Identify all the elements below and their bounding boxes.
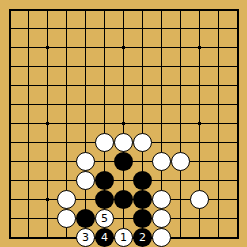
intersection [152, 0, 171, 19]
intersection [95, 133, 114, 152]
intersection [228, 171, 247, 190]
intersection [38, 76, 57, 95]
intersection [57, 76, 76, 95]
intersection [152, 57, 171, 76]
intersection [19, 19, 38, 38]
intersection [171, 190, 190, 209]
intersection [0, 209, 19, 228]
intersection [95, 152, 114, 171]
intersection [19, 209, 38, 228]
intersection [76, 57, 95, 76]
intersection [76, 171, 95, 190]
white-stone [190, 190, 209, 209]
intersection [190, 228, 209, 247]
intersection: 4 [95, 228, 114, 247]
star-point [46, 198, 49, 201]
intersection [133, 133, 152, 152]
intersection [19, 76, 38, 95]
intersection [114, 209, 133, 228]
intersection [19, 114, 38, 133]
intersection [95, 114, 114, 133]
intersection [190, 19, 209, 38]
intersection [0, 95, 19, 114]
intersection [95, 57, 114, 76]
intersection [19, 0, 38, 19]
intersection [133, 171, 152, 190]
intersection [95, 76, 114, 95]
intersection [228, 190, 247, 209]
intersection [114, 152, 133, 171]
intersection: 5 [95, 209, 114, 228]
intersection [133, 209, 152, 228]
intersection [95, 171, 114, 190]
intersection [38, 57, 57, 76]
intersection [76, 0, 95, 19]
intersection [152, 19, 171, 38]
white-stone [152, 209, 171, 228]
intersection [76, 76, 95, 95]
intersection [114, 19, 133, 38]
white-stone: 5 [95, 209, 114, 228]
intersection [228, 228, 247, 247]
intersection [152, 171, 171, 190]
move-number: 1 [120, 232, 127, 243]
intersection [228, 114, 247, 133]
intersection [209, 95, 228, 114]
go-diagram: 53412 [0, 0, 247, 247]
black-stone [114, 152, 133, 171]
star-point [122, 46, 125, 49]
intersection [76, 133, 95, 152]
intersection [19, 133, 38, 152]
intersection [38, 114, 57, 133]
intersection [209, 19, 228, 38]
intersection [38, 228, 57, 247]
intersection [209, 209, 228, 228]
intersection [76, 114, 95, 133]
intersection [38, 38, 57, 57]
intersection [19, 152, 38, 171]
intersection [114, 114, 133, 133]
white-stone [76, 171, 95, 190]
intersection [114, 171, 133, 190]
intersection [0, 0, 19, 19]
move-number: 5 [101, 213, 108, 224]
intersection [57, 228, 76, 247]
intersection [171, 0, 190, 19]
intersection [152, 228, 171, 247]
intersection [190, 152, 209, 171]
black-stone [114, 190, 133, 209]
intersection [0, 114, 19, 133]
intersection [133, 57, 152, 76]
intersection [228, 19, 247, 38]
intersection [57, 19, 76, 38]
intersection [114, 133, 133, 152]
intersection [228, 38, 247, 57]
white-stone [95, 133, 114, 152]
intersection [38, 133, 57, 152]
intersection [133, 19, 152, 38]
intersection [38, 209, 57, 228]
white-stone: 3 [76, 228, 95, 247]
intersection [133, 76, 152, 95]
white-stone [152, 190, 171, 209]
intersection [38, 95, 57, 114]
intersection [190, 95, 209, 114]
intersection [0, 19, 19, 38]
intersection [95, 19, 114, 38]
intersection [190, 0, 209, 19]
intersection [19, 57, 38, 76]
intersection [57, 209, 76, 228]
intersection [228, 152, 247, 171]
intersection [171, 57, 190, 76]
move-number: 3 [82, 232, 89, 243]
black-stone: 2 [133, 228, 152, 247]
intersection [171, 114, 190, 133]
black-stone: 4 [95, 228, 114, 247]
intersection [228, 133, 247, 152]
intersection [171, 152, 190, 171]
intersection [152, 38, 171, 57]
intersection: 3 [76, 228, 95, 247]
intersection [152, 95, 171, 114]
intersection [171, 19, 190, 38]
intersection [209, 0, 228, 19]
intersection [228, 76, 247, 95]
intersection [209, 38, 228, 57]
white-stone [171, 152, 190, 171]
intersection [0, 190, 19, 209]
intersection [0, 133, 19, 152]
intersection [228, 57, 247, 76]
black-stone [133, 171, 152, 190]
intersection [209, 171, 228, 190]
white-stone [114, 133, 133, 152]
intersection [0, 171, 19, 190]
intersection [19, 95, 38, 114]
intersection [209, 190, 228, 209]
intersection [38, 190, 57, 209]
intersection [190, 190, 209, 209]
intersection [57, 38, 76, 57]
white-stone [133, 133, 152, 152]
move-number: 2 [139, 232, 146, 243]
intersection [190, 38, 209, 57]
intersection [57, 95, 76, 114]
intersection [171, 133, 190, 152]
intersection [76, 152, 95, 171]
intersection [152, 209, 171, 228]
intersection [38, 171, 57, 190]
intersection [152, 133, 171, 152]
black-stone [133, 209, 152, 228]
intersection: 2 [133, 228, 152, 247]
intersection [76, 19, 95, 38]
intersection [76, 95, 95, 114]
intersection: 1 [114, 228, 133, 247]
intersection [114, 38, 133, 57]
white-stone [57, 190, 76, 209]
intersection [133, 0, 152, 19]
intersection [57, 171, 76, 190]
intersection [152, 76, 171, 95]
intersection [57, 152, 76, 171]
intersection [171, 95, 190, 114]
intersection [57, 133, 76, 152]
intersection [0, 57, 19, 76]
intersection [38, 0, 57, 19]
intersection [190, 133, 209, 152]
white-stone [152, 152, 171, 171]
intersection [209, 133, 228, 152]
intersection [114, 95, 133, 114]
intersection [19, 190, 38, 209]
intersection [228, 0, 247, 19]
intersection [209, 57, 228, 76]
intersection [0, 152, 19, 171]
intersection [57, 190, 76, 209]
intersection [133, 95, 152, 114]
intersection [19, 38, 38, 57]
intersection [0, 38, 19, 57]
black-stone [95, 171, 114, 190]
intersection [152, 152, 171, 171]
white-stone [57, 209, 76, 228]
intersection [57, 0, 76, 19]
intersection [209, 76, 228, 95]
white-stone [76, 152, 95, 171]
intersection [133, 38, 152, 57]
intersection [76, 209, 95, 228]
intersection [171, 228, 190, 247]
intersection [133, 152, 152, 171]
white-stone: 1 [114, 228, 133, 247]
intersection [171, 209, 190, 228]
intersection [57, 57, 76, 76]
intersection [57, 114, 76, 133]
intersection [190, 171, 209, 190]
intersection [38, 19, 57, 38]
intersection [171, 171, 190, 190]
intersection [114, 57, 133, 76]
intersection [152, 190, 171, 209]
intersection [114, 76, 133, 95]
intersection [76, 38, 95, 57]
black-stone [95, 190, 114, 209]
star-point [198, 122, 201, 125]
intersection [95, 190, 114, 209]
intersection [133, 114, 152, 133]
intersection [190, 76, 209, 95]
star-point [46, 122, 49, 125]
intersection [209, 114, 228, 133]
intersection [38, 152, 57, 171]
intersection [228, 95, 247, 114]
intersection [209, 228, 228, 247]
intersection [228, 209, 247, 228]
black-stone [133, 190, 152, 209]
star-point [198, 46, 201, 49]
intersection [19, 228, 38, 247]
intersection [209, 152, 228, 171]
white-stone [152, 228, 171, 247]
intersection [114, 0, 133, 19]
intersection [95, 38, 114, 57]
intersection [190, 209, 209, 228]
intersection [152, 114, 171, 133]
intersection [76, 190, 95, 209]
intersection [0, 76, 19, 95]
intersection [190, 57, 209, 76]
go-board: 53412 [0, 0, 247, 247]
intersection [171, 38, 190, 57]
intersection [171, 76, 190, 95]
star-point [122, 122, 125, 125]
intersection [114, 190, 133, 209]
black-stone [76, 209, 95, 228]
move-number: 4 [101, 232, 108, 243]
intersection [190, 114, 209, 133]
intersection [133, 190, 152, 209]
intersection [0, 228, 19, 247]
intersection [95, 95, 114, 114]
intersection [19, 171, 38, 190]
star-point [46, 46, 49, 49]
intersection [95, 0, 114, 19]
